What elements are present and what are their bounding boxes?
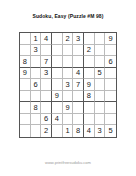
sudoku-cell-r9c8: 3 [95, 125, 106, 137]
sudoku-cell-r3c9: 6 [105, 56, 116, 68]
page-title: Sudoku, Easy (Puzzle #M 98) [0, 13, 136, 19]
sudoku-cell-r3c8 [95, 56, 106, 68]
sudoku-cell-r4c7 [84, 68, 95, 80]
sudoku-cell-r6c9 [105, 91, 116, 103]
printable-sudoku-page: Sudoku, Easy (Puzzle #M 98) 142393287693… [0, 0, 136, 176]
sudoku-cell-r5c4 [52, 79, 63, 91]
sudoku-cell-r7c5: 9 [63, 102, 74, 114]
sudoku-cell-r7c2: 8 [31, 102, 42, 114]
sudoku-cell-r9c5: 1 [63, 125, 74, 137]
sudoku-cell-r3c4 [52, 56, 63, 68]
sudoku-cell-r7c3 [41, 102, 52, 114]
sudoku-cell-r9c7: 4 [84, 125, 95, 137]
sudoku-cell-r8c5 [63, 114, 74, 126]
sudoku-cell-r1c5: 2 [63, 33, 74, 45]
sudoku-cell-r3c1: 8 [20, 56, 31, 68]
sudoku-cell-r6c8 [95, 91, 106, 103]
sudoku-cell-r5c5: 3 [63, 79, 74, 91]
sudoku-cell-r1c9: 9 [105, 33, 116, 45]
sudoku-cell-r7c1 [20, 102, 31, 114]
sudoku-cell-r2c3 [41, 45, 52, 57]
sudoku-cell-r6c4: 9 [52, 91, 63, 103]
sudoku-cell-r8c3: 6 [41, 114, 52, 126]
sudoku-cell-r9c6: 8 [73, 125, 84, 137]
sudoku-cell-r2c6 [73, 45, 84, 57]
sudoku-cell-r6c2 [31, 91, 42, 103]
sudoku-cell-r1c7 [84, 33, 95, 45]
sudoku-cell-r8c9 [105, 114, 116, 126]
sudoku-cell-r8c4: 4 [52, 114, 63, 126]
sudoku-cell-r5c8 [95, 79, 106, 91]
footer-url: www.printfreesudoku.com [0, 160, 136, 165]
sudoku-cell-r6c1 [20, 91, 31, 103]
sudoku-cell-r9c2 [31, 125, 42, 137]
sudoku-cell-r5c3 [41, 79, 52, 91]
sudoku-cell-r7c8 [95, 102, 106, 114]
sudoku-cell-r2c8 [95, 45, 106, 57]
sudoku-cell-r3c6 [73, 56, 84, 68]
sudoku-cell-r4c9 [105, 68, 116, 80]
sudoku-cell-r1c8 [95, 33, 106, 45]
sudoku-cell-r4c6: 4 [73, 68, 84, 80]
sudoku-cell-r7c9 [105, 102, 116, 114]
sudoku-cell-r4c4 [52, 68, 63, 80]
sudoku-cell-r2c2: 3 [31, 45, 42, 57]
sudoku-cell-r6c3 [41, 91, 52, 103]
sudoku-cell-r8c2 [31, 114, 42, 126]
sudoku-cell-r5c9 [105, 79, 116, 91]
sudoku-cell-r6c6 [73, 91, 84, 103]
sudoku-cell-r4c1: 9 [20, 68, 31, 80]
sudoku-cell-r1c1 [20, 33, 31, 45]
sudoku-cell-r8c8 [95, 114, 106, 126]
sudoku-cell-r7c4 [52, 102, 63, 114]
sudoku-cell-r5c2: 6 [31, 79, 42, 91]
sudoku-cell-r4c3: 3 [41, 68, 52, 80]
sudoku-cell-r3c5 [63, 56, 74, 68]
sudoku-cell-r9c4 [52, 125, 63, 137]
sudoku-cell-r5c1 [20, 79, 31, 91]
sudoku-cell-r6c7: 8 [84, 91, 95, 103]
sudoku-cell-r5c6: 7 [73, 79, 84, 91]
sudoku-cell-r7c6 [73, 102, 84, 114]
sudoku-cell-r6c5 [63, 91, 74, 103]
sudoku-cell-r1c3: 4 [41, 33, 52, 45]
sudoku-cell-r2c7: 2 [84, 45, 95, 57]
sudoku-cell-r2c4 [52, 45, 63, 57]
sudoku-cell-r8c1 [20, 114, 31, 126]
sudoku-cell-r9c9: 5 [105, 125, 116, 137]
sudoku-cell-r9c3: 2 [41, 125, 52, 137]
sudoku-cell-r4c2 [31, 68, 42, 80]
sudoku-cell-r7c7 [84, 102, 95, 114]
sudoku-board: 142393287693456379988964218435 [19, 32, 117, 138]
sudoku-cell-r1c2: 1 [31, 33, 42, 45]
sudoku-cell-r8c6 [73, 114, 84, 126]
sudoku-cell-r2c1 [20, 45, 31, 57]
sudoku-cell-r8c7 [84, 114, 95, 126]
sudoku-cell-r4c8: 5 [95, 68, 106, 80]
sudoku-cell-r2c5 [63, 45, 74, 57]
sudoku-cell-r3c2 [31, 56, 42, 68]
sudoku-cell-r3c3: 7 [41, 56, 52, 68]
sudoku-cell-r4c5 [63, 68, 74, 80]
sudoku-cell-r9c1 [20, 125, 31, 137]
sudoku-cell-r3c7 [84, 56, 95, 68]
sudoku-cell-r1c6: 3 [73, 33, 84, 45]
sudoku-cell-r5c7: 9 [84, 79, 95, 91]
sudoku-cell-r1c4 [52, 33, 63, 45]
sudoku-cell-r2c9 [105, 45, 116, 57]
